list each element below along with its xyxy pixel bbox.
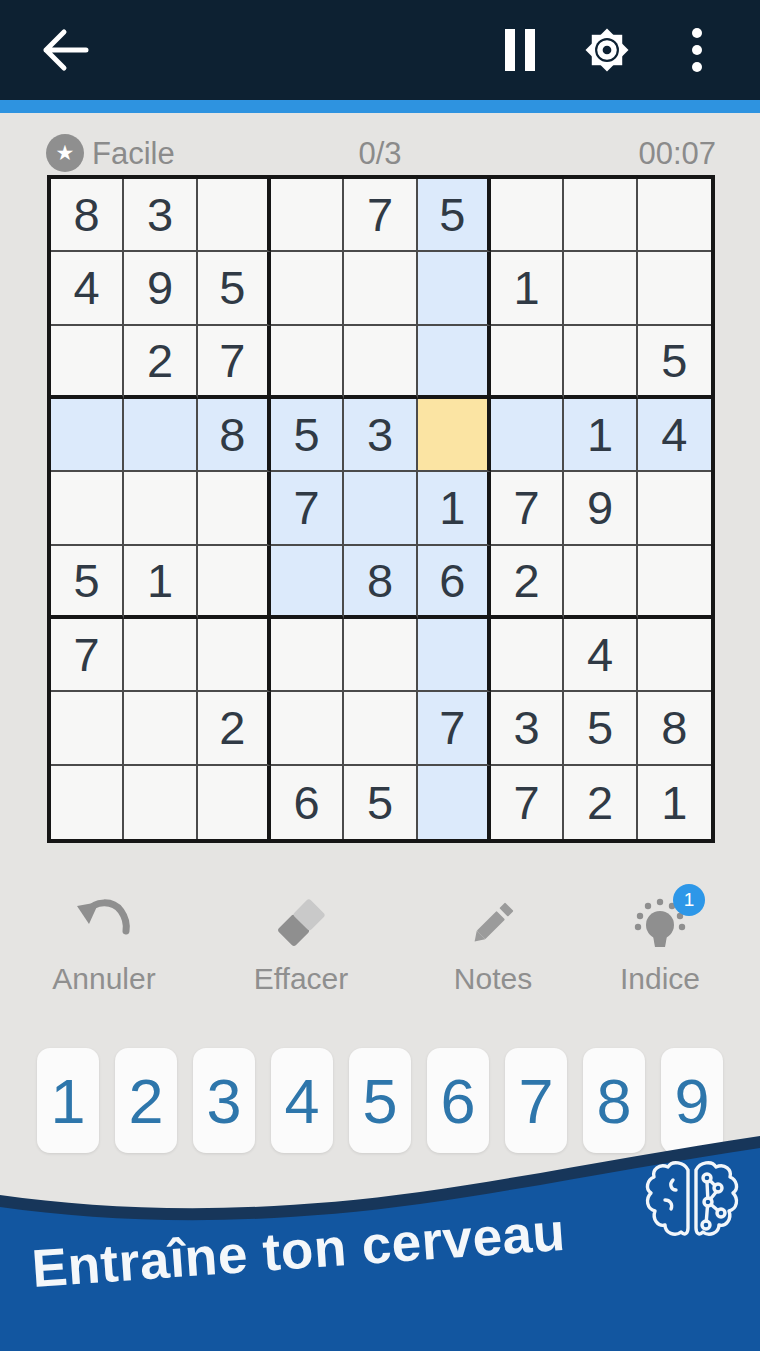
- sudoku-cell-r6c9[interactable]: [638, 546, 711, 619]
- sudoku-cell-r8c7[interactable]: 3: [491, 692, 564, 765]
- sudoku-cell-r5c6[interactable]: 1: [418, 472, 491, 545]
- timer: 00:07: [638, 136, 716, 172]
- sudoku-cell-r7c9[interactable]: [638, 619, 711, 692]
- sudoku-cell-r2c4[interactable]: [271, 252, 344, 325]
- sudoku-cell-r3c4[interactable]: [271, 326, 344, 399]
- hint-button[interactable]: 1 Indice: [585, 892, 735, 1002]
- undo-label: Annuler: [29, 962, 179, 996]
- toolbar: Annuler Effacer: [0, 892, 760, 1002]
- sudoku-cell-r1c6[interactable]: 5: [418, 179, 491, 252]
- sudoku-cell-r4c1[interactable]: [51, 399, 124, 472]
- sudoku-cell-r3c7[interactable]: [491, 326, 564, 399]
- status-row: ★ Facile 0/3 00:07: [0, 128, 760, 178]
- sudoku-cell-r8c8[interactable]: 5: [564, 692, 637, 765]
- sudoku-cell-r2c7[interactable]: 1: [491, 252, 564, 325]
- erase-label: Effacer: [226, 962, 376, 996]
- sudoku-cell-r5c3[interactable]: [198, 472, 271, 545]
- sudoku-cell-r3c1[interactable]: [51, 326, 124, 399]
- hint-count-badge: 1: [673, 884, 705, 916]
- sudoku-cell-r5c8[interactable]: 9: [564, 472, 637, 545]
- notes-button[interactable]: Notes: [418, 892, 568, 1002]
- kebab-menu-icon: [691, 26, 703, 74]
- sudoku-cell-r6c5[interactable]: 8: [344, 546, 417, 619]
- sudoku-cell-r7c7[interactable]: [491, 619, 564, 692]
- sudoku-cell-r5c7[interactable]: 7: [491, 472, 564, 545]
- sudoku-cell-r4c5[interactable]: 3: [344, 399, 417, 472]
- sudoku-cell-r3c6[interactable]: [418, 326, 491, 399]
- brain-icon: [644, 1152, 744, 1264]
- sudoku-cell-r4c6[interactable]: [418, 399, 491, 472]
- sudoku-cell-r1c4[interactable]: [271, 179, 344, 252]
- sudoku-cell-r3c9[interactable]: 5: [638, 326, 711, 399]
- sudoku-cell-r1c3[interactable]: [198, 179, 271, 252]
- sudoku-cell-r8c9[interactable]: 8: [638, 692, 711, 765]
- sudoku-cell-r6c7[interactable]: 2: [491, 546, 564, 619]
- sudoku-cell-r7c4[interactable]: [271, 619, 344, 692]
- sudoku-cell-r4c3[interactable]: 8: [198, 399, 271, 472]
- sudoku-cell-r8c5[interactable]: [344, 692, 417, 765]
- sudoku-cell-r1c8[interactable]: [564, 179, 637, 252]
- sudoku-board: 8375495127585314717951862742735865721: [47, 175, 715, 843]
- gear-icon: [582, 25, 632, 75]
- sudoku-cell-r6c6[interactable]: 6: [418, 546, 491, 619]
- sudoku-cell-r2c9[interactable]: [638, 252, 711, 325]
- sudoku-cell-r3c8[interactable]: [564, 326, 637, 399]
- sudoku-cell-r8c6[interactable]: 7: [418, 692, 491, 765]
- sudoku-cell-r8c3[interactable]: 2: [198, 692, 271, 765]
- sudoku-cell-r1c1[interactable]: 8: [51, 179, 124, 252]
- pause-button[interactable]: [495, 26, 545, 74]
- sudoku-cell-r2c8[interactable]: [564, 252, 637, 325]
- sudoku-cell-r6c2[interactable]: 1: [124, 546, 197, 619]
- sudoku-cell-r1c5[interactable]: 7: [344, 179, 417, 252]
- sudoku-cell-r2c3[interactable]: 5: [198, 252, 271, 325]
- sudoku-cell-r9c7[interactable]: 7: [491, 766, 564, 839]
- sudoku-cell-r9c1[interactable]: [51, 766, 124, 839]
- settings-button[interactable]: [582, 26, 632, 74]
- sudoku-cell-r4c8[interactable]: 1: [564, 399, 637, 472]
- sudoku-cell-r3c5[interactable]: [344, 326, 417, 399]
- sudoku-cell-r6c8[interactable]: [564, 546, 637, 619]
- lightbulb-icon: 1: [631, 894, 689, 958]
- sudoku-cell-r2c1[interactable]: 4: [51, 252, 124, 325]
- sudoku-cell-r5c5[interactable]: [344, 472, 417, 545]
- sudoku-cell-r9c3[interactable]: [198, 766, 271, 839]
- undo-icon: [75, 894, 133, 958]
- sudoku-cell-r6c1[interactable]: 5: [51, 546, 124, 619]
- sudoku-cell-r7c2[interactable]: [124, 619, 197, 692]
- sudoku-cell-r2c6[interactable]: [418, 252, 491, 325]
- top-app-bar: [0, 0, 760, 100]
- sudoku-cell-r1c2[interactable]: 3: [124, 179, 197, 252]
- sudoku-cell-r7c1[interactable]: 7: [51, 619, 124, 692]
- sudoku-cell-r3c2[interactable]: 2: [124, 326, 197, 399]
- sudoku-cell-r8c2[interactable]: [124, 692, 197, 765]
- overflow-menu-button[interactable]: [672, 26, 722, 74]
- sudoku-cell-r8c1[interactable]: [51, 692, 124, 765]
- sudoku-cell-r9c2[interactable]: [124, 766, 197, 839]
- sudoku-cell-r5c1[interactable]: [51, 472, 124, 545]
- sudoku-cell-r7c8[interactable]: 4: [564, 619, 637, 692]
- sudoku-cell-r9c6[interactable]: [418, 766, 491, 839]
- sudoku-cell-r1c7[interactable]: [491, 179, 564, 252]
- erase-button[interactable]: Effacer: [226, 892, 376, 1002]
- sudoku-app-screen: ★ Facile 0/3 00:07 837549512758531471795…: [0, 0, 760, 1351]
- sudoku-cell-r4c7[interactable]: [491, 399, 564, 472]
- sudoku-cell-r7c6[interactable]: [418, 619, 491, 692]
- sudoku-cell-r2c5[interactable]: [344, 252, 417, 325]
- sudoku-cell-r7c3[interactable]: [198, 619, 271, 692]
- sudoku-cell-r5c4[interactable]: 7: [271, 472, 344, 545]
- sudoku-cell-r8c4[interactable]: [271, 692, 344, 765]
- accent-stripe: [0, 100, 760, 113]
- sudoku-cell-r9c8[interactable]: 2: [564, 766, 637, 839]
- back-button[interactable]: [38, 26, 90, 74]
- pause-icon: [503, 27, 537, 73]
- sudoku-cell-r6c3[interactable]: [198, 546, 271, 619]
- notes-label: Notes: [418, 962, 568, 996]
- sudoku-cell-r5c2[interactable]: [124, 472, 197, 545]
- sudoku-cell-r1c9[interactable]: [638, 179, 711, 252]
- sudoku-cell-r5c9[interactable]: [638, 472, 711, 545]
- sudoku-cell-r9c9[interactable]: 1: [638, 766, 711, 839]
- sudoku-cell-r2c2[interactable]: 9: [124, 252, 197, 325]
- arrow-left-icon: [38, 26, 90, 74]
- sudoku-cell-r4c4[interactable]: 5: [271, 399, 344, 472]
- eraser-icon: [271, 894, 331, 958]
- sudoku-cell-r7c5[interactable]: [344, 619, 417, 692]
- sudoku-cell-r4c9[interactable]: 4: [638, 399, 711, 472]
- sudoku-cell-r6c4[interactable]: [271, 546, 344, 619]
- hint-label: Indice: [585, 962, 735, 996]
- undo-button[interactable]: Annuler: [29, 892, 179, 1002]
- pencil-icon: [463, 894, 523, 958]
- sudoku-cell-r9c5[interactable]: 5: [344, 766, 417, 839]
- sudoku-cell-r3c3[interactable]: 7: [198, 326, 271, 399]
- sudoku-cell-r9c4[interactable]: 6: [271, 766, 344, 839]
- sudoku-cell-r4c2[interactable]: [124, 399, 197, 472]
